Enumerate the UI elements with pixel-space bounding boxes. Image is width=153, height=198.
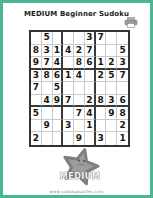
cell-r7c1: 5 (31, 107, 42, 120)
starfish-mascot: MEDIUM (54, 146, 106, 191)
cell-r9c9: 1 (117, 132, 128, 145)
cell-r3c5: 8 (74, 57, 85, 70)
cell-r5c2[interactable] (42, 82, 53, 95)
cell-r1c4[interactable] (63, 32, 74, 45)
cell-r5c7[interactable] (96, 82, 107, 95)
cell-r5c3: 5 (53, 82, 64, 95)
cell-r3c4[interactable] (63, 57, 74, 70)
cell-r5c4[interactable] (63, 82, 74, 95)
cell-r6c4: 7 (63, 95, 74, 108)
cell-r6c8: 3 (106, 95, 117, 108)
printer-icon[interactable] (124, 17, 138, 28)
cell-r1c2: 5 (42, 32, 53, 45)
cell-r3c9: 3 (117, 57, 128, 70)
cell-r8c5[interactable] (74, 120, 85, 133)
cell-r5c6[interactable] (85, 82, 96, 95)
cell-r1c3[interactable] (53, 32, 64, 45)
cell-r2c5: 2 (74, 45, 85, 58)
cell-r2c1: 8 (31, 45, 42, 58)
cell-r8c8[interactable] (106, 120, 117, 133)
cell-r3c6: 6 (85, 57, 96, 70)
cell-r5c8[interactable] (106, 82, 117, 95)
cell-r1c1[interactable] (31, 32, 42, 45)
cell-r4c8: 5 (106, 70, 117, 83)
cell-r1c8[interactable] (106, 32, 117, 45)
cell-r3c2: 7 (42, 57, 53, 70)
cell-r6c6: 2 (85, 95, 96, 108)
cell-r6c2: 4 (42, 95, 53, 108)
cell-r9c5: 9 (74, 132, 85, 145)
mascot-eye-right (83, 160, 85, 162)
cell-r7c6: 4 (85, 107, 96, 120)
cell-r9c7: 3 (96, 132, 107, 145)
cell-r5c1: 7 (31, 82, 42, 95)
mascot-eye-left (78, 160, 80, 162)
cell-r6c3: 9 (53, 95, 64, 108)
footer-url: www.sudokupuzzles.com (3, 189, 150, 194)
cell-r4c3: 6 (53, 70, 64, 83)
cell-r7c7[interactable] (96, 107, 107, 120)
cell-r2c6: 7 (85, 45, 96, 58)
cell-r4c6[interactable] (85, 70, 96, 83)
cell-r7c2[interactable] (42, 107, 53, 120)
cell-r2c7[interactable] (96, 45, 107, 58)
cell-r4c7: 2 (96, 70, 107, 83)
cell-r4c4: 1 (63, 70, 74, 83)
cell-r6c9: 6 (117, 95, 128, 108)
cell-r9c6[interactable] (85, 132, 96, 145)
cell-r9c3[interactable] (53, 132, 64, 145)
cell-r2c8[interactable] (106, 45, 117, 58)
cell-r8c2: 9 (42, 120, 53, 133)
cell-r1c7: 7 (96, 32, 107, 45)
cell-r9c2[interactable] (42, 132, 53, 145)
cell-r4c5: 4 (74, 70, 85, 83)
cell-r8c4: 3 (63, 120, 74, 133)
sudoku-page: MEDIUM Beginner Sudoku 53783142759748612… (0, 0, 153, 198)
cell-r7c5: 7 (74, 107, 85, 120)
cell-r1c6: 3 (85, 32, 96, 45)
cell-r6c7: 8 (96, 95, 107, 108)
cell-r2c3: 1 (53, 45, 64, 58)
cell-r3c8: 2 (106, 57, 117, 70)
cell-r9c8[interactable] (106, 132, 117, 145)
cell-r4c1: 3 (31, 70, 42, 83)
cell-r8c6: 1 (85, 120, 96, 133)
cell-r3c7: 1 (96, 57, 107, 70)
cell-r8c1[interactable] (31, 120, 42, 133)
cell-r9c1: 2 (31, 132, 42, 145)
cell-r7c9: 8 (117, 107, 128, 120)
cell-r5c9[interactable] (117, 82, 128, 95)
cell-r4c2: 8 (42, 70, 53, 83)
cell-r2c9: 5 (117, 45, 128, 58)
cell-r9c4[interactable] (63, 132, 74, 145)
cell-r8c9: 2 (117, 120, 128, 133)
cell-r3c3: 4 (53, 57, 64, 70)
cell-r7c4[interactable] (63, 107, 74, 120)
cell-r6c1[interactable] (31, 95, 42, 108)
cell-r8c7[interactable] (96, 120, 107, 133)
cell-r6c5[interactable] (74, 95, 85, 108)
sudoku-grid: 5378314275974861233861425775497283657498… (29, 30, 130, 147)
cell-r1c5[interactable] (74, 32, 85, 45)
cell-r2c4: 4 (63, 45, 74, 58)
cell-r8c3[interactable] (53, 120, 64, 133)
cell-r4c9: 7 (117, 70, 128, 83)
mascot-label: MEDIUM (60, 172, 101, 181)
cell-r7c8: 9 (106, 107, 117, 120)
cell-r1c9[interactable] (117, 32, 128, 45)
cell-r7c3[interactable] (53, 107, 64, 120)
cell-r3c1: 9 (31, 57, 42, 70)
cell-r2c2: 3 (42, 45, 53, 58)
cell-r5c5[interactable] (74, 82, 85, 95)
